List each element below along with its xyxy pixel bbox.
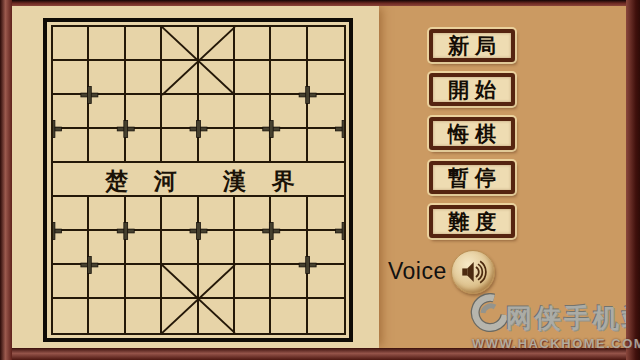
board-cell[interactable] <box>53 129 89 163</box>
board-cell[interactable] <box>89 265 125 299</box>
board-cell[interactable] <box>162 61 198 95</box>
watermark-url: WWW.HACKHOME.COM <box>472 336 640 351</box>
new-game-button[interactable]: 新局 <box>429 29 515 62</box>
board-cell[interactable] <box>162 197 198 231</box>
board-cell[interactable] <box>235 129 271 163</box>
difficulty-button[interactable]: 難度 <box>429 205 515 238</box>
board-cell[interactable] <box>53 231 89 265</box>
board-cell[interactable] <box>235 27 271 61</box>
pause-button[interactable]: 暫停 <box>429 161 515 194</box>
menu: 新局 開始 悔棋 暫停 難度 <box>429 29 515 238</box>
frame-right <box>626 0 640 360</box>
board-cell[interactable] <box>235 95 271 129</box>
board-cell[interactable] <box>308 231 344 265</box>
board-cell[interactable] <box>308 61 344 95</box>
board-cell[interactable] <box>89 95 125 129</box>
board-cell[interactable] <box>199 95 235 129</box>
board-cell[interactable] <box>53 265 89 299</box>
frame-top <box>0 0 640 6</box>
board-cell[interactable] <box>162 231 198 265</box>
board-cell[interactable] <box>308 129 344 163</box>
board-cell[interactable] <box>162 299 198 333</box>
board-cell[interactable] <box>235 299 271 333</box>
board-cell[interactable] <box>126 27 162 61</box>
board-cell[interactable] <box>126 299 162 333</box>
board-cell[interactable] <box>126 61 162 95</box>
voice-label: Voice <box>388 258 447 285</box>
board-cell[interactable] <box>199 129 235 163</box>
board-cell[interactable] <box>126 265 162 299</box>
board-cell[interactable] <box>199 231 235 265</box>
board-cell[interactable] <box>53 95 89 129</box>
start-button[interactable]: 開始 <box>429 73 515 106</box>
board-cell[interactable] <box>271 299 307 333</box>
board-cell[interactable] <box>162 27 198 61</box>
board-cell[interactable] <box>126 95 162 129</box>
frame-left <box>0 0 12 360</box>
board-cell[interactable] <box>89 61 125 95</box>
board-cell[interactable] <box>271 265 307 299</box>
board-cell[interactable] <box>89 231 125 265</box>
board-cell[interactable] <box>162 95 198 129</box>
watermark-site-name: 网侠手机站 <box>506 301 640 336</box>
board-cell[interactable] <box>271 27 307 61</box>
board-cell[interactable] <box>308 197 344 231</box>
board-cell[interactable] <box>271 129 307 163</box>
board-cell[interactable] <box>89 197 125 231</box>
board-cell[interactable] <box>89 129 125 163</box>
board-cell[interactable] <box>199 27 235 61</box>
board-cell[interactable] <box>308 265 344 299</box>
undo-button[interactable]: 悔棋 <box>429 117 515 150</box>
watermark-logo <box>469 293 507 339</box>
river: 楚 河 漢 界 <box>53 164 344 196</box>
board-cell[interactable] <box>53 197 89 231</box>
xiangqi-game-screen: 楚 河 漢 界 新局 開始 悔棋 暫停 難度 Voice 网侠手机站 WWW.H… <box>0 0 640 360</box>
board-cell[interactable] <box>126 231 162 265</box>
board-cell[interactable] <box>199 197 235 231</box>
board-cell[interactable] <box>162 265 198 299</box>
board-cell[interactable] <box>53 27 89 61</box>
board-cell[interactable] <box>235 265 271 299</box>
board-cell[interactable] <box>271 197 307 231</box>
board-cell[interactable] <box>53 61 89 95</box>
voice-toggle-button[interactable] <box>451 250 495 294</box>
speaker-icon <box>458 257 488 287</box>
board-cell[interactable] <box>308 95 344 129</box>
board-cell[interactable] <box>235 61 271 95</box>
board-cell[interactable] <box>89 27 125 61</box>
board-cell[interactable] <box>308 27 344 61</box>
board-cell[interactable] <box>271 95 307 129</box>
board-cell[interactable] <box>126 197 162 231</box>
board-cell[interactable] <box>162 129 198 163</box>
river-label-left: 楚 河 <box>105 166 187 197</box>
board-cell[interactable] <box>235 197 271 231</box>
river-label-right: 漢 界 <box>223 166 305 197</box>
board-cell[interactable] <box>271 231 307 265</box>
board-cell[interactable] <box>199 61 235 95</box>
board-cell[interactable] <box>53 299 89 333</box>
board-cell[interactable] <box>235 231 271 265</box>
board-cell[interactable] <box>89 299 125 333</box>
board-cell[interactable] <box>199 299 235 333</box>
board-cell[interactable] <box>271 61 307 95</box>
board-cell[interactable] <box>199 265 235 299</box>
board-cell[interactable] <box>126 129 162 163</box>
board-cell[interactable] <box>308 299 344 333</box>
